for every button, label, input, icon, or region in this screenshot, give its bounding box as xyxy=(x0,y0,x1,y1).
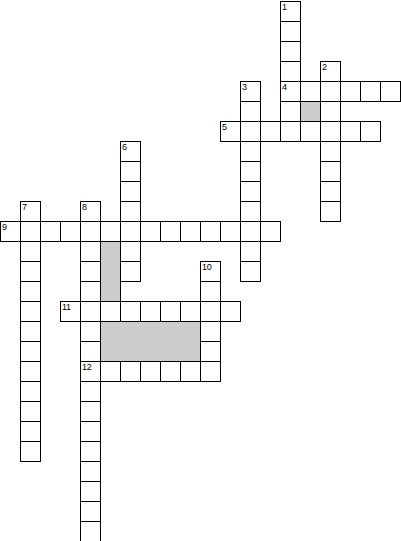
cell-r5-c14[interactable] xyxy=(280,101,301,122)
cell-r19-c4[interactable] xyxy=(80,381,101,402)
shaded-region-r12-c5 xyxy=(100,241,121,302)
cell-r21-c4[interactable] xyxy=(80,421,101,442)
cell-r10-c12[interactable] xyxy=(240,201,261,222)
cell-r11-c5[interactable] xyxy=(100,221,121,242)
cell-r11-c1[interactable] xyxy=(20,221,41,242)
cell-r11-c7[interactable] xyxy=(140,221,161,242)
cell-r15-c5[interactable] xyxy=(100,301,121,322)
cell-r2-c14[interactable] xyxy=(280,41,301,62)
cell-r13-c10[interactable] xyxy=(200,261,221,282)
cell-r26-c4[interactable] xyxy=(80,521,101,541)
cell-r6-c12[interactable] xyxy=(240,121,261,142)
cell-r18-c10[interactable] xyxy=(200,361,221,382)
cell-r11-c13[interactable] xyxy=(260,221,281,242)
cell-r10-c16[interactable] xyxy=(320,201,341,222)
cell-r18-c8[interactable] xyxy=(160,361,181,382)
cell-r4-c17[interactable] xyxy=(340,81,361,102)
cell-r7-c12[interactable] xyxy=(240,141,261,162)
cell-r15-c10[interactable] xyxy=(200,301,221,322)
cell-r11-c2[interactable] xyxy=(40,221,61,242)
cell-r6-c13[interactable] xyxy=(260,121,281,142)
cell-r4-c19[interactable] xyxy=(380,81,401,102)
cell-r25-c4[interactable] xyxy=(80,501,101,522)
cell-r18-c6[interactable] xyxy=(120,361,141,382)
cell-r7-c6[interactable] xyxy=(120,141,141,162)
cell-r20-c4[interactable] xyxy=(80,401,101,422)
cell-r4-c16[interactable] xyxy=(320,81,341,102)
cell-r10-c1[interactable] xyxy=(20,201,41,222)
cell-r8-c6[interactable] xyxy=(120,161,141,182)
cell-r5-c16[interactable] xyxy=(320,101,341,122)
cell-r18-c1[interactable] xyxy=(20,361,41,382)
cell-r6-c17[interactable] xyxy=(340,121,361,142)
cell-r9-c6[interactable] xyxy=(120,181,141,202)
cell-r22-c4[interactable] xyxy=(80,441,101,462)
cell-r6-c11[interactable] xyxy=(220,121,241,142)
cell-r15-c7[interactable] xyxy=(140,301,161,322)
cell-r11-c9[interactable] xyxy=(180,221,201,242)
cell-r4-c18[interactable] xyxy=(360,81,381,102)
cell-r14-c1[interactable] xyxy=(20,281,41,302)
cell-r23-c4[interactable] xyxy=(80,461,101,482)
cell-r18-c9[interactable] xyxy=(180,361,201,382)
cell-r4-c14[interactable] xyxy=(280,81,301,102)
cell-r0-c14[interactable] xyxy=(280,1,301,22)
cell-r9-c16[interactable] xyxy=(320,181,341,202)
cell-r20-c1[interactable] xyxy=(20,401,41,422)
cell-r13-c1[interactable] xyxy=(20,261,41,282)
cell-r12-c1[interactable] xyxy=(20,241,41,262)
cell-r15-c9[interactable] xyxy=(180,301,201,322)
cell-r15-c3[interactable] xyxy=(60,301,81,322)
cell-r12-c6[interactable] xyxy=(120,241,141,262)
cell-r22-c1[interactable] xyxy=(20,441,41,462)
cell-r11-c4[interactable] xyxy=(80,221,101,242)
cell-r8-c16[interactable] xyxy=(320,161,341,182)
cell-r10-c4[interactable] xyxy=(80,201,101,222)
cell-r12-c4[interactable] xyxy=(80,241,101,262)
cell-r4-c12[interactable] xyxy=(240,81,261,102)
cell-r21-c1[interactable] xyxy=(20,421,41,442)
cell-r9-c12[interactable] xyxy=(240,181,261,202)
cell-r15-c11[interactable] xyxy=(220,301,241,322)
cell-r3-c14[interactable] xyxy=(280,61,301,82)
cell-r3-c16[interactable] xyxy=(320,61,341,82)
cell-r24-c4[interactable] xyxy=(80,481,101,502)
cell-r16-c1[interactable] xyxy=(20,321,41,342)
cell-r7-c16[interactable] xyxy=(320,141,341,162)
crossword-board: 123456789101112 xyxy=(0,0,401,541)
cell-r4-c15[interactable] xyxy=(300,81,321,102)
cell-r15-c6[interactable] xyxy=(120,301,141,322)
cell-r14-c4[interactable] xyxy=(80,281,101,302)
cell-r11-c10[interactable] xyxy=(200,221,221,242)
cell-r8-c12[interactable] xyxy=(240,161,261,182)
cell-r17-c10[interactable] xyxy=(200,341,221,362)
cell-r18-c5[interactable] xyxy=(100,361,121,382)
cell-r15-c8[interactable] xyxy=(160,301,181,322)
cell-r15-c1[interactable] xyxy=(20,301,41,322)
cell-r18-c7[interactable] xyxy=(140,361,161,382)
cell-r11-c0[interactable] xyxy=(0,221,21,242)
cell-r11-c8[interactable] xyxy=(160,221,181,242)
cell-r15-c4[interactable] xyxy=(80,301,101,322)
cell-r11-c6[interactable] xyxy=(120,221,141,242)
shaded-region-r16-c5 xyxy=(100,321,201,362)
cell-r1-c14[interactable] xyxy=(280,21,301,42)
cell-r11-c11[interactable] xyxy=(220,221,241,242)
cell-r13-c12[interactable] xyxy=(240,261,261,282)
cell-r11-c3[interactable] xyxy=(60,221,81,242)
cell-r12-c12[interactable] xyxy=(240,241,261,262)
cell-r13-c4[interactable] xyxy=(80,261,101,282)
cell-r18-c4[interactable] xyxy=(80,361,101,382)
cell-r6-c14[interactable] xyxy=(280,121,301,142)
cell-r17-c1[interactable] xyxy=(20,341,41,362)
cell-r16-c4[interactable] xyxy=(80,321,101,342)
cell-r19-c1[interactable] xyxy=(20,381,41,402)
cell-r10-c6[interactable] xyxy=(120,201,141,222)
cell-r5-c12[interactable] xyxy=(240,101,261,122)
cell-r16-c10[interactable] xyxy=(200,321,221,342)
cell-r13-c6[interactable] xyxy=(120,261,141,282)
cell-r17-c4[interactable] xyxy=(80,341,101,362)
cell-r6-c15[interactable] xyxy=(300,121,321,142)
cell-r11-c12[interactable] xyxy=(240,221,261,242)
shaded-region-r5-c15 xyxy=(300,101,321,122)
cell-r14-c10[interactable] xyxy=(200,281,221,302)
cell-r6-c16[interactable] xyxy=(320,121,341,142)
cell-r6-c18[interactable] xyxy=(360,121,381,142)
